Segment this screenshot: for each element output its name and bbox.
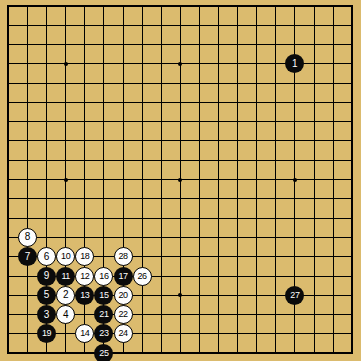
stone-move-number: 5 xyxy=(44,290,50,300)
go-stone-black-13: 13 xyxy=(75,286,94,305)
go-board: 1234567891011121314151617181920212223242… xyxy=(0,0,361,361)
grid-line-vertical xyxy=(237,5,238,354)
stone-move-number: 13 xyxy=(80,291,89,300)
star-point xyxy=(178,293,182,297)
go-stone-black-21: 21 xyxy=(94,305,113,324)
grid-line-vertical xyxy=(275,5,276,354)
stone-move-number: 19 xyxy=(42,329,51,338)
stone-move-number: 17 xyxy=(118,272,127,281)
go-stone-black-17: 17 xyxy=(114,267,133,286)
stone-move-number: 12 xyxy=(80,272,89,281)
star-point xyxy=(293,178,297,182)
go-stone-white-28: 28 xyxy=(114,247,133,266)
grid-line-vertical xyxy=(199,5,200,354)
go-stone-white-8: 8 xyxy=(18,228,37,247)
stone-move-number: 20 xyxy=(118,291,127,300)
grid-line-vertical xyxy=(314,5,315,354)
go-stone-black-23: 23 xyxy=(94,324,113,343)
grid-line-vertical xyxy=(218,5,219,354)
stone-move-number: 27 xyxy=(290,291,299,300)
go-stone-white-2: 2 xyxy=(56,286,75,305)
go-stone-black-11: 11 xyxy=(56,267,75,286)
grid-line-horizontal xyxy=(7,333,353,334)
grid-line-vertical xyxy=(333,5,334,354)
go-stone-white-4: 4 xyxy=(56,305,75,324)
go-stone-black-19: 19 xyxy=(37,324,56,343)
star-point xyxy=(64,178,68,182)
stone-move-number: 21 xyxy=(99,310,108,319)
stone-move-number: 8 xyxy=(25,232,31,242)
go-stone-black-25: 25 xyxy=(94,344,113,361)
go-stone-black-15: 15 xyxy=(94,286,113,305)
grid-line-horizontal xyxy=(7,218,353,219)
go-stone-black-5: 5 xyxy=(37,286,56,305)
star-point xyxy=(178,178,182,182)
stone-move-number: 23 xyxy=(99,329,108,338)
grid-line-horizontal xyxy=(7,198,353,199)
go-stone-black-1: 1 xyxy=(285,54,304,73)
stone-move-number: 7 xyxy=(25,252,31,262)
stone-move-number: 6 xyxy=(44,252,50,262)
stone-move-number: 11 xyxy=(61,272,70,281)
go-stone-white-6: 6 xyxy=(37,247,56,266)
stone-move-number: 1 xyxy=(292,59,298,69)
go-stone-white-18: 18 xyxy=(75,247,94,266)
stone-move-number: 24 xyxy=(118,329,127,338)
go-stone-white-20: 20 xyxy=(114,286,133,305)
go-stone-white-10: 10 xyxy=(56,247,75,266)
go-stone-white-22: 22 xyxy=(114,305,133,324)
go-stone-black-3: 3 xyxy=(37,305,56,324)
stone-move-number: 9 xyxy=(44,271,50,281)
go-stone-black-9: 9 xyxy=(37,267,56,286)
grid-line-vertical xyxy=(351,5,353,354)
star-point xyxy=(178,62,182,66)
go-stone-white-12: 12 xyxy=(75,267,94,286)
go-stone-black-27: 27 xyxy=(285,286,304,305)
stone-move-number: 10 xyxy=(61,252,70,261)
stone-move-number: 28 xyxy=(118,252,127,261)
go-stone-black-7: 7 xyxy=(18,247,37,266)
grid-line-horizontal xyxy=(7,352,353,354)
stone-move-number: 14 xyxy=(80,329,89,338)
star-point xyxy=(64,62,68,66)
go-stone-white-16: 16 xyxy=(94,267,113,286)
stone-move-number: 2 xyxy=(63,290,69,300)
stone-move-number: 18 xyxy=(80,252,89,261)
go-stone-white-26: 26 xyxy=(133,267,152,286)
stone-move-number: 22 xyxy=(118,310,127,319)
stone-move-number: 25 xyxy=(99,349,108,358)
stone-move-number: 4 xyxy=(63,310,69,320)
go-stone-white-14: 14 xyxy=(75,324,94,343)
grid-line-horizontal xyxy=(7,237,353,238)
go-stone-white-24: 24 xyxy=(114,324,133,343)
grid-line-vertical xyxy=(256,5,257,354)
stone-move-number: 15 xyxy=(99,291,108,300)
stone-move-number: 3 xyxy=(44,310,50,320)
stone-move-number: 16 xyxy=(99,272,108,281)
stone-move-number: 26 xyxy=(137,272,146,281)
